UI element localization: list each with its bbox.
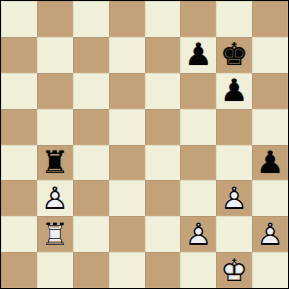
square-h8[interactable] — [252, 1, 288, 37]
black-pawn-icon: ♟ — [180, 37, 216, 73]
square-c3[interactable] — [73, 180, 109, 216]
square-d5[interactable] — [109, 109, 145, 145]
square-a4[interactable] — [1, 145, 37, 181]
square-f2[interactable]: ♟♙ — [180, 216, 216, 252]
square-e3[interactable] — [145, 180, 181, 216]
square-g7[interactable]: ♚ — [216, 37, 252, 73]
square-g3[interactable]: ♟♙ — [216, 180, 252, 216]
square-f8[interactable] — [180, 1, 216, 37]
square-f3[interactable] — [180, 180, 216, 216]
square-e6[interactable] — [145, 73, 181, 109]
chess-board-frame: ♟♚♟♜♟♟♙♟♙♜♖♟♙♟♙♚♔ — [0, 0, 289, 289]
square-g6[interactable]: ♟ — [216, 73, 252, 109]
square-d3[interactable] — [109, 180, 145, 216]
square-a3[interactable] — [1, 180, 37, 216]
white-rook-outline-icon: ♖ — [37, 216, 73, 252]
square-h1[interactable] — [252, 252, 288, 288]
white-pawn-outline-icon: ♙ — [180, 216, 216, 252]
black-pawn-icon: ♟ — [252, 145, 288, 181]
square-a7[interactable] — [1, 37, 37, 73]
square-f1[interactable] — [180, 252, 216, 288]
square-b1[interactable] — [37, 252, 73, 288]
black-pawn-icon: ♟ — [216, 73, 252, 109]
square-g4[interactable] — [216, 145, 252, 181]
square-b2[interactable]: ♜♖ — [37, 216, 73, 252]
square-d8[interactable] — [109, 1, 145, 37]
square-d6[interactable] — [109, 73, 145, 109]
square-h5[interactable] — [252, 109, 288, 145]
black-pawn-f7[interactable]: ♟ — [180, 37, 216, 73]
square-h2[interactable]: ♟♙ — [252, 216, 288, 252]
square-f6[interactable] — [180, 73, 216, 109]
square-c8[interactable] — [73, 1, 109, 37]
square-h7[interactable] — [252, 37, 288, 73]
square-a6[interactable] — [1, 73, 37, 109]
square-b5[interactable] — [37, 109, 73, 145]
square-c1[interactable] — [73, 252, 109, 288]
square-h6[interactable] — [252, 73, 288, 109]
square-d2[interactable] — [109, 216, 145, 252]
square-a1[interactable] — [1, 252, 37, 288]
square-d7[interactable] — [109, 37, 145, 73]
square-g8[interactable] — [216, 1, 252, 37]
square-f7[interactable]: ♟ — [180, 37, 216, 73]
square-b8[interactable] — [37, 1, 73, 37]
black-pawn-g6[interactable]: ♟ — [216, 73, 252, 109]
square-e7[interactable] — [145, 37, 181, 73]
white-king-outline-icon: ♔ — [216, 252, 252, 288]
white-pawn-f2[interactable]: ♟♙ — [180, 216, 216, 252]
square-c2[interactable] — [73, 216, 109, 252]
square-a2[interactable] — [1, 216, 37, 252]
square-c5[interactable] — [73, 109, 109, 145]
square-e8[interactable] — [145, 1, 181, 37]
square-h3[interactable] — [252, 180, 288, 216]
square-b7[interactable] — [37, 37, 73, 73]
white-pawn-g3[interactable]: ♟♙ — [216, 180, 252, 216]
square-c4[interactable] — [73, 145, 109, 181]
square-f5[interactable] — [180, 109, 216, 145]
black-rook-b4[interactable]: ♜ — [37, 145, 73, 181]
black-king-g7[interactable]: ♚ — [216, 37, 252, 73]
square-b4[interactable]: ♜ — [37, 145, 73, 181]
square-f4[interactable] — [180, 145, 216, 181]
white-pawn-outline-icon: ♙ — [37, 180, 73, 216]
square-g5[interactable] — [216, 109, 252, 145]
square-c6[interactable] — [73, 73, 109, 109]
square-c7[interactable] — [73, 37, 109, 73]
white-pawn-h2[interactable]: ♟♙ — [252, 216, 288, 252]
square-e1[interactable] — [145, 252, 181, 288]
square-h4[interactable]: ♟ — [252, 145, 288, 181]
chess-board: ♟♚♟♜♟♟♙♟♙♜♖♟♙♟♙♚♔ — [1, 1, 288, 288]
white-king-g1[interactable]: ♚♔ — [216, 252, 252, 288]
square-d4[interactable] — [109, 145, 145, 181]
black-pawn-h4[interactable]: ♟ — [252, 145, 288, 181]
square-a8[interactable] — [1, 1, 37, 37]
white-pawn-outline-icon: ♙ — [252, 216, 288, 252]
white-pawn-b3[interactable]: ♟♙ — [37, 180, 73, 216]
square-b3[interactable]: ♟♙ — [37, 180, 73, 216]
black-rook-icon: ♜ — [37, 145, 73, 181]
square-b6[interactable] — [37, 73, 73, 109]
square-e2[interactable] — [145, 216, 181, 252]
square-e5[interactable] — [145, 109, 181, 145]
square-g1[interactable]: ♚♔ — [216, 252, 252, 288]
square-g2[interactable] — [216, 216, 252, 252]
square-e4[interactable] — [145, 145, 181, 181]
square-a5[interactable] — [1, 109, 37, 145]
square-d1[interactable] — [109, 252, 145, 288]
white-pawn-outline-icon: ♙ — [216, 180, 252, 216]
black-king-icon: ♚ — [216, 37, 252, 73]
white-rook-b2[interactable]: ♜♖ — [37, 216, 73, 252]
